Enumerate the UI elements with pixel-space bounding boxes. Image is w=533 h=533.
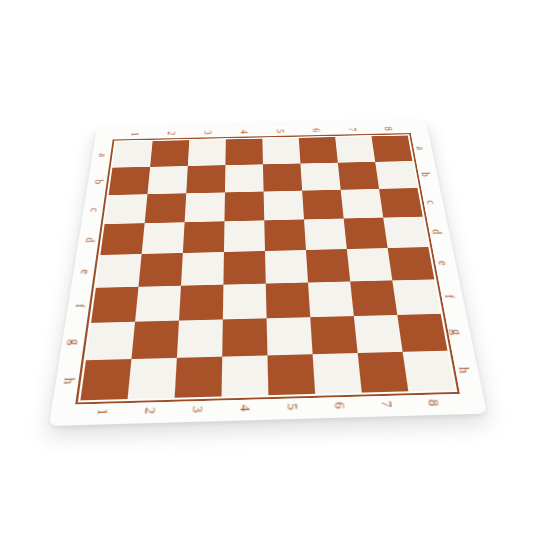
coord-bottom-2-label: 2	[142, 407, 158, 414]
coord-right-a-label: a	[414, 145, 426, 149]
coord-left-a-label: a	[97, 152, 109, 156]
coord-bottom-3-label: 3	[189, 405, 204, 412]
square-e4[interactable]	[223, 251, 265, 285]
black-pawn-icon: ♟	[361, 301, 396, 340]
square-c4[interactable]	[224, 191, 264, 221]
black-pawn-icon: ♟	[319, 339, 355, 380]
coord-bottom-4-label: 4	[237, 404, 252, 411]
white-pawn-icon: ♟	[186, 237, 219, 274]
square-g5[interactable]	[266, 317, 312, 355]
square-d5[interactable]	[264, 219, 306, 251]
black-pawn-icon: ♟	[346, 174, 377, 209]
coord-left-f-label: f	[73, 303, 87, 307]
black-pawn-icon: ♟	[340, 121, 369, 154]
white-pawn-icon: ♟	[152, 151, 182, 185]
coord-right-b-label: b	[419, 171, 432, 176]
square-e5[interactable]	[265, 250, 308, 284]
coord-top-3-label: 3	[202, 130, 214, 134]
coord-bottom-6-label: 6	[331, 401, 346, 408]
square-b4[interactable]	[224, 164, 263, 192]
coord-top-4-label: 4	[238, 129, 250, 133]
white-pawn-icon: ♟	[182, 305, 217, 344]
black-pawn-icon: ♟	[305, 147, 335, 181]
coord-left-g-label: g	[67, 338, 82, 344]
coord-right-c-label: c	[424, 199, 437, 203]
coord-top-1-label: 1	[129, 132, 141, 136]
square-c5[interactable]	[263, 190, 303, 220]
square-h3[interactable]	[174, 356, 222, 397]
white-pawn-icon: ♟	[189, 177, 220, 212]
square-f4[interactable]	[222, 283, 266, 319]
square-d4[interactable]	[223, 220, 264, 252]
coord-top-8-label: 8	[382, 126, 394, 130]
white-pawn-icon: ♟	[133, 344, 170, 385]
coord-top-2-label: 2	[165, 131, 177, 135]
black-pawn-icon: ♟	[314, 267, 348, 305]
black-rook-icon: ♜	[407, 328, 451, 377]
square-f5[interactable]	[265, 282, 309, 318]
coord-bottom-8-label: 8	[425, 399, 441, 406]
coord-bottom-7-label: 7	[378, 400, 394, 407]
square-g4[interactable]	[222, 318, 267, 356]
coord-left-e-label: e	[78, 268, 92, 273]
coord-bottom-5-label: 5	[284, 403, 299, 410]
square-h7[interactable]	[357, 351, 408, 392]
white-pawn-icon: ♟	[192, 124, 221, 157]
photo-background: 1234567812345678abcdefghabcdefgh♜♞♝♛♚♝♞♜…	[0, 0, 533, 533]
black-pawn-icon: ♟	[309, 203, 341, 239]
square-b5[interactable]	[262, 163, 301, 191]
coord-top-7-label: 7	[346, 127, 358, 131]
coord-bottom-1-label: 1	[94, 408, 110, 415]
coord-left-h-label: h	[61, 376, 77, 383]
coord-left-b-label: b	[92, 179, 105, 184]
white-rook-icon: ♜	[83, 336, 128, 386]
black-pawn-icon: ♟	[353, 233, 386, 270]
square-h5[interactable]	[267, 354, 315, 395]
coord-top-6-label: 6	[310, 128, 322, 132]
coord-top-5-label: 5	[274, 128, 286, 132]
board-scene: 1234567812345678abcdefghabcdefgh♜♞♝♛♚♝♞♜…	[0, 0, 533, 533]
chess-board-mat: 1234567812345678abcdefghabcdefgh♜♞♝♛♚♝♞♜…	[48, 120, 486, 425]
coord-left-c-label: c	[88, 207, 101, 211]
square-a4[interactable]	[225, 138, 263, 165]
square-h4[interactable]	[221, 355, 268, 396]
coord-right-h-label: h	[456, 366, 472, 373]
square-a5[interactable]	[262, 137, 300, 163]
white-pawn-icon: ♟	[140, 271, 174, 309]
white-pawn-icon: ♟	[147, 207, 179, 243]
